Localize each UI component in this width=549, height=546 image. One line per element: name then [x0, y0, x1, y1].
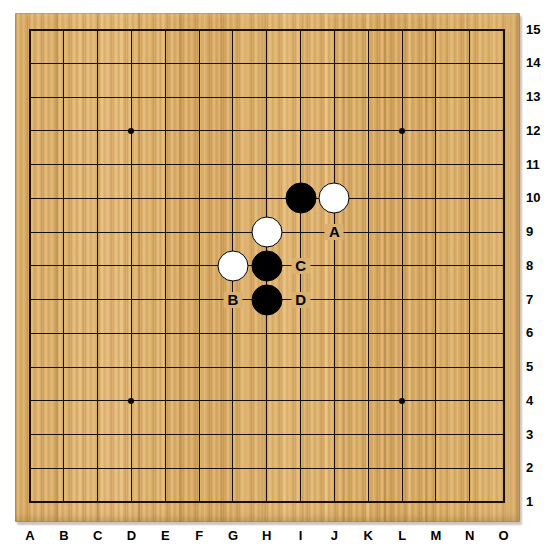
move-label-A[interactable]: A — [325, 224, 344, 240]
move-label-C[interactable]: C — [291, 258, 310, 274]
row-label: 13 — [526, 89, 548, 105]
row-label: 5 — [526, 359, 548, 375]
row-label: 8 — [526, 258, 548, 274]
black-stone[interactable] — [251, 250, 282, 281]
row-label: 12 — [526, 123, 548, 139]
row-label: 2 — [526, 460, 548, 476]
black-stone[interactable] — [285, 183, 316, 214]
white-stone[interactable] — [251, 217, 282, 248]
column-label: H — [256, 528, 278, 544]
column-label: J — [323, 528, 345, 544]
row-label: 11 — [526, 157, 548, 173]
row-label: 6 — [526, 325, 548, 341]
column-label: L — [391, 528, 413, 544]
row-label: 10 — [526, 190, 548, 206]
row-label: 9 — [526, 224, 548, 240]
column-label: B — [53, 528, 75, 544]
column-label: O — [493, 528, 515, 544]
move-label-D[interactable]: D — [291, 292, 310, 308]
column-label: N — [459, 528, 481, 544]
row-label: 1 — [526, 494, 548, 510]
row-label: 15 — [526, 22, 548, 38]
column-label: E — [154, 528, 176, 544]
star-point — [128, 128, 134, 134]
column-label: M — [425, 528, 447, 544]
row-label: 3 — [526, 427, 548, 443]
row-label: 4 — [526, 393, 548, 409]
column-label: D — [120, 528, 142, 544]
column-label: A — [19, 528, 41, 544]
column-label: K — [357, 528, 379, 544]
column-label: G — [222, 528, 244, 544]
row-label: 14 — [526, 55, 548, 71]
go-board[interactable]: ABCD — [15, 13, 520, 522]
star-point — [399, 128, 405, 134]
column-label: C — [87, 528, 109, 544]
black-stone[interactable] — [251, 284, 282, 315]
star-point — [399, 398, 405, 404]
white-stone[interactable] — [319, 183, 350, 214]
column-label: F — [188, 528, 210, 544]
move-label-B[interactable]: B — [223, 292, 242, 308]
go-diagram: ABCD ABCDEFGHIJKLMNO15141312111098765432… — [0, 0, 549, 546]
column-label: I — [290, 528, 312, 544]
row-label: 7 — [526, 292, 548, 308]
star-point — [128, 398, 134, 404]
white-stone[interactable] — [217, 250, 248, 281]
